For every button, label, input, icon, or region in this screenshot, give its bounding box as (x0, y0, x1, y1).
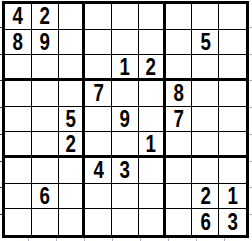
cell-r3c6[interactable]: 2 (139, 55, 166, 81)
given-digit: 2 (65, 132, 75, 155)
cell-r9c2[interactable] (32, 209, 59, 235)
given-digit: 4 (13, 4, 23, 28)
cell-r1c7[interactable] (166, 4, 193, 30)
cell-r2c5[interactable] (112, 30, 139, 56)
cell-r6c6[interactable]: 1 (139, 132, 166, 158)
cell-r5c1[interactable] (5, 107, 32, 133)
cell-r7c1[interactable] (5, 158, 32, 184)
cell-r7c8[interactable] (192, 158, 219, 184)
given-digit: 6 (200, 210, 210, 234)
given-digit: 1 (120, 55, 130, 78)
given-digit: 1 (146, 132, 156, 155)
cell-r5c3[interactable]: 5 (59, 107, 86, 133)
grid-tick (249, 161, 252, 162)
cell-r7c4[interactable]: 4 (85, 158, 112, 184)
cell-r7c7[interactable] (166, 158, 193, 184)
given-digit: 2 (39, 4, 49, 28)
cell-r6c5[interactable] (112, 132, 139, 158)
grid-tick (249, 27, 252, 28)
cell-r5c8[interactable] (192, 107, 219, 133)
cell-r5c7[interactable]: 7 (166, 107, 193, 133)
cell-r6c9[interactable] (219, 132, 246, 158)
cell-r7c2[interactable] (32, 158, 59, 184)
cell-r2c3[interactable] (59, 30, 86, 56)
cell-r9c8[interactable]: 6 (192, 209, 219, 235)
given-digit: 2 (200, 184, 210, 208)
given-digit: 5 (200, 30, 210, 54)
given-digit: 2 (146, 55, 156, 78)
cell-r5c5[interactable]: 9 (112, 107, 139, 133)
cell-r4c4[interactable]: 7 (85, 81, 112, 107)
cell-r8c6[interactable] (139, 184, 166, 210)
cell-r8c1[interactable] (5, 184, 32, 210)
grid-tick (249, 187, 252, 188)
grid-tick (249, 54, 252, 55)
cell-r8c3[interactable] (59, 184, 86, 210)
cell-r4c3[interactable] (59, 81, 86, 107)
cell-r9c3[interactable] (59, 209, 86, 235)
cell-r3c9[interactable] (219, 55, 246, 81)
cell-r7c3[interactable] (59, 158, 86, 184)
cell-r4c8[interactable] (192, 81, 219, 107)
cell-r6c4[interactable] (85, 132, 112, 158)
given-digit: 4 (93, 158, 103, 182)
cell-r1c1[interactable]: 4 (5, 4, 32, 30)
cell-r4c2[interactable] (32, 81, 59, 107)
grid-tick (249, 107, 252, 108)
cell-r2c1[interactable]: 8 (5, 30, 32, 56)
grid-tick (249, 80, 252, 81)
given-digit: 9 (39, 30, 49, 54)
cell-r6c2[interactable] (32, 132, 59, 158)
given-digit: 8 (173, 81, 183, 105)
cell-r2c6[interactable] (139, 30, 166, 56)
cell-r7c6[interactable] (139, 158, 166, 184)
cell-r2c4[interactable] (85, 30, 112, 56)
cell-r9c9[interactable]: 3 (219, 209, 246, 235)
given-digit: 7 (173, 107, 183, 131)
cell-r8c4[interactable] (85, 184, 112, 210)
cell-r9c7[interactable] (166, 209, 193, 235)
cell-r2c2[interactable]: 9 (32, 30, 59, 56)
cell-r9c1[interactable] (5, 209, 32, 235)
cell-r1c2[interactable]: 2 (32, 4, 59, 30)
given-digit: 6 (39, 184, 49, 208)
cell-r5c2[interactable] (32, 107, 59, 133)
cell-r3c5[interactable]: 1 (112, 55, 139, 81)
cell-r8c9[interactable]: 1 (219, 184, 246, 210)
cell-r2c8[interactable]: 5 (192, 30, 219, 56)
cell-r8c8[interactable]: 2 (192, 184, 219, 210)
given-digit: 8 (13, 30, 23, 54)
cell-r4c9[interactable] (219, 81, 246, 107)
cell-r9c4[interactable] (85, 209, 112, 235)
given-digit: 5 (65, 107, 75, 131)
cell-r4c6[interactable] (139, 81, 166, 107)
cell-r5c6[interactable] (139, 107, 166, 133)
cell-r3c4[interactable] (85, 55, 112, 81)
cell-r3c8[interactable] (192, 55, 219, 81)
sudoku-board: 428951278597214362163 (2, 1, 249, 238)
grid-tick (249, 134, 252, 135)
cell-r1c8[interactable] (192, 4, 219, 30)
given-digit: 9 (120, 107, 130, 131)
cell-r3c3[interactable] (59, 55, 86, 81)
cell-r6c7[interactable] (166, 132, 193, 158)
cell-r1c4[interactable] (85, 4, 112, 30)
cell-r8c5[interactable] (112, 184, 139, 210)
cell-r8c2[interactable]: 6 (32, 184, 59, 210)
given-digit: 3 (120, 158, 130, 182)
cell-r5c4[interactable] (85, 107, 112, 133)
cell-r2c9[interactable] (219, 30, 246, 56)
cell-r7c9[interactable] (219, 158, 246, 184)
cell-r6c1[interactable] (5, 132, 32, 158)
cell-r9c6[interactable] (139, 209, 166, 235)
cell-r1c9[interactable] (219, 4, 246, 30)
cell-r4c5[interactable] (112, 81, 139, 107)
cell-r1c6[interactable] (139, 4, 166, 30)
sudoku-puzzle: 428951278597214362163 (0, 0, 252, 241)
grid-tick (249, 214, 252, 215)
cell-r3c7[interactable] (166, 55, 193, 81)
cell-r2c7[interactable] (166, 30, 193, 56)
cell-r8c7[interactable] (166, 184, 193, 210)
given-digit: 3 (227, 210, 237, 234)
cell-r1c3[interactable] (59, 4, 86, 30)
given-digit: 1 (227, 184, 237, 208)
cell-r5c9[interactable] (219, 107, 246, 133)
cell-r1c5[interactable] (112, 4, 139, 30)
cell-r4c1[interactable] (5, 81, 32, 107)
cell-r3c1[interactable] (5, 55, 32, 81)
given-digit: 7 (93, 81, 103, 105)
cell-r6c8[interactable] (192, 132, 219, 158)
cell-r6c3[interactable]: 2 (59, 132, 86, 158)
cell-r9c5[interactable] (112, 209, 139, 235)
cell-r3c2[interactable] (32, 55, 59, 81)
cell-r7c5[interactable]: 3 (112, 158, 139, 184)
cell-r4c7[interactable]: 8 (166, 81, 193, 107)
